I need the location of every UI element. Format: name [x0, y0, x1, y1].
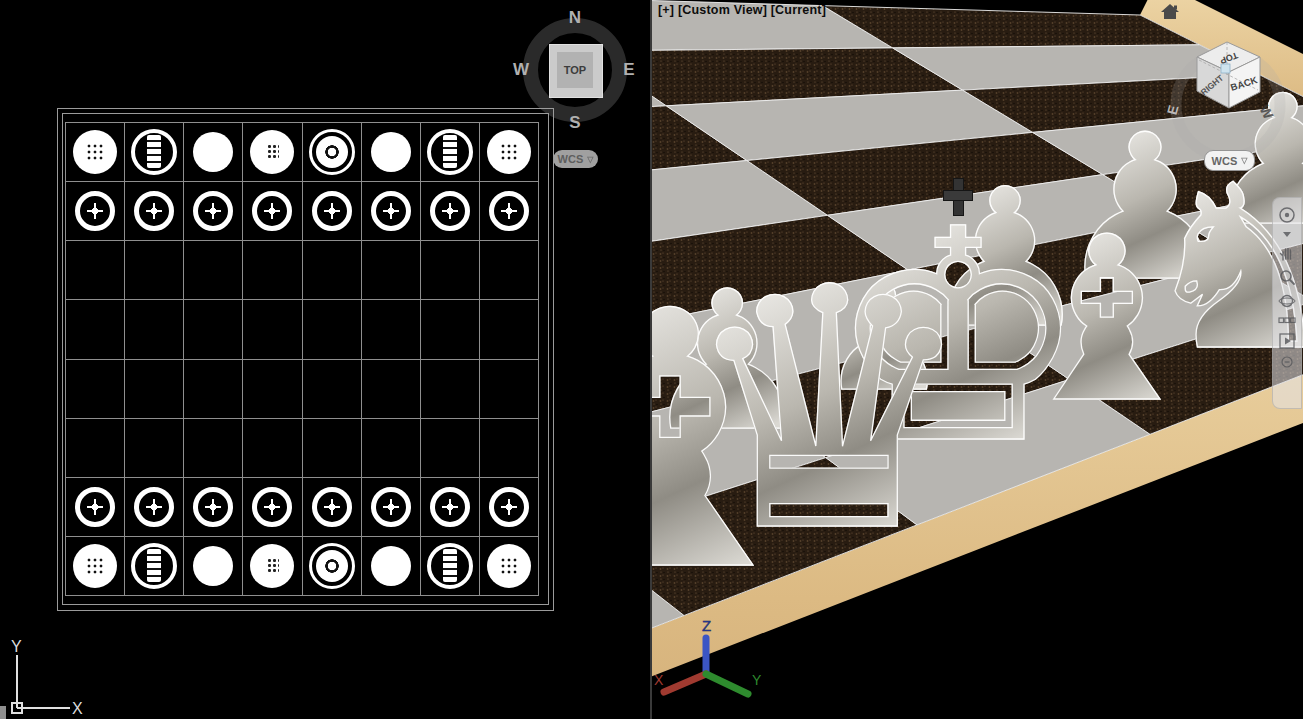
board2d-square[interactable] — [184, 300, 242, 358]
piece-top-rook[interactable] — [71, 128, 119, 176]
piece-top-queen[interactable] — [248, 542, 296, 590]
piece-top-rook[interactable] — [71, 542, 119, 590]
piece-top-bishop[interactable] — [189, 542, 237, 590]
board2d-square[interactable] — [184, 182, 242, 240]
piece-top-pawn[interactable] — [367, 483, 415, 531]
piece-top-rook[interactable] — [485, 128, 533, 176]
board2d-square[interactable] — [243, 478, 301, 536]
chevron-down-icon: ▽ — [587, 155, 593, 164]
piece-top-knight[interactable] — [130, 542, 178, 590]
compass-south-label[interactable]: S — [569, 113, 580, 133]
board2d-square[interactable] — [66, 537, 124, 595]
board2d-square[interactable] — [421, 537, 479, 595]
piece-top-pawn[interactable] — [426, 187, 474, 235]
piece-top-knight[interactable] — [426, 542, 474, 590]
board2d-square[interactable] — [303, 123, 361, 181]
piece-top-pawn[interactable] — [485, 483, 533, 531]
navigation-bar[interactable] — [1272, 197, 1302, 409]
cad-application: N S W E TOP WCS▽ Y X — [0, 0, 1303, 719]
navigation-wheel-icon[interactable] — [1278, 206, 1296, 224]
wcs-label: WCS — [558, 153, 584, 165]
zoom-icon[interactable] — [1278, 268, 1296, 286]
board2d-square[interactable] — [184, 123, 242, 181]
board2d-square[interactable] — [480, 419, 538, 477]
board2d-square[interactable] — [243, 419, 301, 477]
piece-top-pawn[interactable] — [130, 483, 178, 531]
wcs-label-3d: WCS — [1212, 155, 1238, 167]
ucs-icon-2d: Y X — [0, 620, 110, 719]
chess-board-2d[interactable] — [65, 122, 539, 596]
board2d-square[interactable] — [421, 241, 479, 299]
piece-top-pawn[interactable] — [308, 483, 356, 531]
board2d-square[interactable] — [362, 241, 420, 299]
board2d-square[interactable] — [243, 241, 301, 299]
board2d-square[interactable] — [125, 300, 183, 358]
board2d-square[interactable] — [125, 360, 183, 418]
board2d-square[interactable] — [362, 182, 420, 240]
board2d-square[interactable] — [303, 241, 361, 299]
board2d-square[interactable] — [362, 419, 420, 477]
axis-x-label: X — [72, 700, 83, 717]
board2d-square[interactable] — [243, 537, 301, 595]
board2d-square[interactable] — [125, 478, 183, 536]
board2d-square[interactable] — [480, 537, 538, 595]
board2d-square[interactable] — [362, 478, 420, 536]
board2d-square[interactable] — [184, 360, 242, 418]
piece-top-pawn[interactable] — [130, 187, 178, 235]
chevron-down-icon[interactable] — [1278, 230, 1296, 238]
board2d-square[interactable] — [303, 360, 361, 418]
pan-hand-icon[interactable] — [1278, 244, 1296, 262]
board2d-square[interactable] — [421, 182, 479, 240]
board2d-square[interactable] — [243, 182, 301, 240]
board2d-square[interactable] — [303, 182, 361, 240]
board2d-square[interactable] — [184, 419, 242, 477]
orbit-icon[interactable] — [1278, 292, 1296, 310]
compass-west-label[interactable]: W — [513, 60, 529, 80]
board2d-square[interactable] — [362, 123, 420, 181]
piece-top-pawn[interactable] — [189, 483, 237, 531]
axis-x-label-3d: X — [654, 672, 664, 688]
viewport-controls-label[interactable]: [+] [Custom View] [Current] — [658, 3, 826, 17]
minus-circle-icon[interactable] — [1278, 356, 1296, 368]
chevron-down-icon: ▽ — [1241, 156, 1247, 165]
board2d-square[interactable] — [421, 419, 479, 477]
viewcube-3d[interactable]: TOP RIGHT BACK — [1187, 36, 1272, 116]
board2d-square[interactable] — [66, 419, 124, 477]
board2d-square[interactable] — [362, 300, 420, 358]
board2d-square[interactable] — [184, 537, 242, 595]
viewcube-2d-face-label[interactable]: TOP — [557, 52, 593, 88]
showmotion-icon[interactable] — [1278, 316, 1296, 326]
home-icon[interactable] — [1160, 3, 1180, 20]
play-icon[interactable] — [1278, 332, 1296, 350]
board2d-square[interactable] — [125, 123, 183, 181]
board2d-square[interactable] — [125, 537, 183, 595]
piece-top-king[interactable] — [308, 542, 356, 590]
board2d-square[interactable] — [362, 537, 420, 595]
board2d-square[interactable] — [184, 241, 242, 299]
board2d-square[interactable] — [66, 300, 124, 358]
board2d-square[interactable] — [303, 300, 361, 358]
wcs-dropdown[interactable]: WCS▽ — [553, 150, 598, 168]
board2d-square[interactable] — [480, 123, 538, 181]
board2d-square[interactable] — [362, 360, 420, 418]
board2d-square[interactable] — [421, 300, 479, 358]
piece-top-pawn[interactable] — [367, 187, 415, 235]
board2d-square[interactable] — [480, 478, 538, 536]
board2d-square[interactable] — [125, 182, 183, 240]
board2d-square[interactable] — [66, 478, 124, 536]
axis-z-label: Z — [702, 617, 711, 634]
piece-top-pawn[interactable] — [248, 483, 296, 531]
piece-top-bishop[interactable] — [367, 542, 415, 590]
king-cross-finial — [942, 178, 972, 216]
axis-y-label-3d: Y — [752, 672, 762, 688]
board2d-square[interactable] — [243, 360, 301, 418]
board2d-square[interactable] — [243, 123, 301, 181]
piece-top-bishop[interactable] — [189, 128, 237, 176]
piece-top-pawn[interactable] — [71, 483, 119, 531]
board2d-square[interactable] — [480, 182, 538, 240]
piece-top-pawn[interactable] — [426, 483, 474, 531]
piece-top-pawn[interactable] — [485, 187, 533, 235]
piece-top-pawn[interactable] — [71, 187, 119, 235]
board2d-square[interactable] — [125, 419, 183, 477]
board2d-square[interactable] — [66, 241, 124, 299]
board2d-square[interactable] — [243, 300, 301, 358]
board2d-square[interactable] — [66, 360, 124, 418]
piece-top-queen[interactable] — [248, 128, 296, 176]
board2d-square[interactable] — [421, 360, 479, 418]
viewport-2d-top[interactable]: N S W E TOP WCS▽ Y X — [0, 0, 652, 719]
piece-top-king[interactable] — [308, 128, 356, 176]
piece-top-knight[interactable] — [426, 128, 474, 176]
piece-top-bishop[interactable] — [367, 128, 415, 176]
board2d-square[interactable] — [480, 300, 538, 358]
axis-y-label: Y — [11, 638, 22, 655]
piece-top-pawn[interactable] — [308, 187, 356, 235]
piece-top-knight[interactable] — [130, 128, 178, 176]
board2d-square[interactable] — [184, 478, 242, 536]
board2d-square[interactable] — [421, 123, 479, 181]
board2d-square[interactable] — [66, 182, 124, 240]
compass-east-label[interactable]: E — [623, 60, 634, 80]
board2d-square[interactable] — [303, 537, 361, 595]
compass-north-label[interactable]: N — [569, 8, 581, 28]
board2d-square[interactable] — [480, 241, 538, 299]
board2d-square[interactable] — [303, 419, 361, 477]
viewport-3d-custom[interactable]: ♟♟♟♞♟♝♟♚♛♝ [+] [Custom View] [Current] E… — [652, 0, 1303, 719]
wcs-dropdown-3d[interactable]: WCS▽ — [1204, 150, 1255, 171]
board2d-square[interactable] — [66, 123, 124, 181]
piece-top-pawn[interactable] — [248, 187, 296, 235]
piece-top-pawn[interactable] — [189, 187, 237, 235]
board2d-square[interactable] — [125, 241, 183, 299]
piece3d-bishop[interactable]: ♝ — [652, 292, 829, 592]
viewcube-2d-face[interactable]: TOP — [549, 44, 603, 98]
board2d-square[interactable] — [421, 478, 479, 536]
board2d-square[interactable] — [480, 360, 538, 418]
piece-top-rook[interactable] — [485, 542, 533, 590]
board2d-square[interactable] — [303, 478, 361, 536]
ucs-icon-3d: Z X Y — [652, 615, 772, 719]
viewport-corner-fragment — [0, 706, 6, 719]
